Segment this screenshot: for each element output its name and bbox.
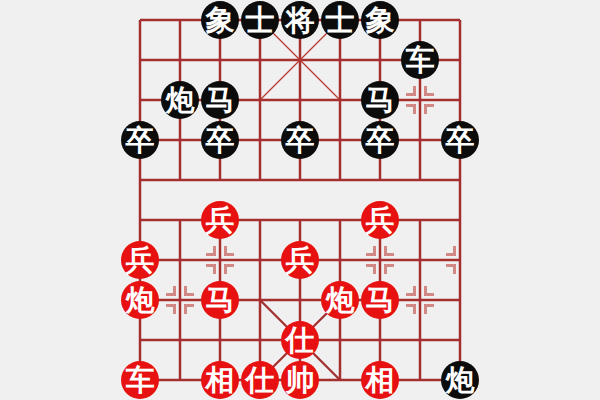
piece-black-advisor[interactable]: 士 [241,1,279,39]
point-marker-bracket [406,304,416,314]
point-marker-bracket [366,264,376,274]
piece-black-pawn[interactable]: 卒 [201,121,239,159]
piece-red-pawn[interactable]: 兵 [201,201,239,239]
piece-red-cannon[interactable]: 炮 [321,281,359,319]
piece-red-chariot[interactable]: 车 [121,361,159,399]
point-marker-bracket [184,304,194,314]
point-marker-bracket [446,264,456,274]
point-marker-bracket [406,86,416,96]
piece-red-horse[interactable]: 马 [361,281,399,319]
piece-black-chariot[interactable]: 车 [401,41,439,79]
piece-red-king[interactable]: 帅 [281,361,319,399]
piece-black-pawn[interactable]: 卒 [281,121,319,159]
piece-red-pawn[interactable]: 兵 [281,241,319,279]
piece-black-pawn[interactable]: 卒 [361,121,399,159]
point-marker-bracket [166,304,176,314]
point-marker-bracket [406,104,416,114]
piece-black-cannon[interactable]: 炮 [441,361,479,399]
piece-red-pawn[interactable]: 兵 [361,201,399,239]
point-marker-bracket [166,286,176,296]
piece-black-cannon[interactable]: 炮 [161,81,199,119]
point-marker-bracket [184,286,194,296]
piece-red-elephant[interactable]: 相 [361,361,399,399]
point-marker-bracket [206,264,216,274]
piece-red-horse[interactable]: 马 [201,281,239,319]
piece-red-pawn[interactable]: 兵 [121,241,159,279]
piece-black-pawn[interactable]: 卒 [121,121,159,159]
point-marker-bracket [424,104,434,114]
point-marker-bracket [206,246,216,256]
xiangqi-board: 象士将士象车炮马马卒卒卒卒卒炮兵兵兵兵炮马炮马仕车相仕帅相 [0,0,600,400]
point-marker-bracket [224,246,234,256]
point-marker-bracket [384,246,394,256]
point-marker-bracket [424,86,434,96]
point-marker-bracket [384,264,394,274]
piece-black-king[interactable]: 将 [281,1,319,39]
point-marker-bracket [424,304,434,314]
point-marker-bracket [446,246,456,256]
piece-red-cannon[interactable]: 炮 [121,281,159,319]
point-marker-bracket [424,286,434,296]
piece-black-elephant[interactable]: 象 [201,1,239,39]
piece-black-horse[interactable]: 马 [361,81,399,119]
point-marker-bracket [406,286,416,296]
piece-red-advisor[interactable]: 仕 [241,361,279,399]
point-marker-bracket [224,264,234,274]
piece-red-elephant[interactable]: 相 [201,361,239,399]
piece-black-pawn[interactable]: 卒 [441,121,479,159]
point-marker-bracket [366,246,376,256]
piece-black-advisor[interactable]: 士 [321,1,359,39]
piece-black-horse[interactable]: 马 [201,81,239,119]
piece-black-elephant[interactable]: 象 [361,1,399,39]
piece-red-advisor[interactable]: 仕 [281,321,319,359]
